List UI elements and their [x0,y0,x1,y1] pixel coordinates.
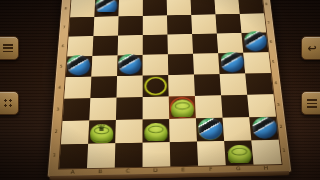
square-C8[interactable] [119,0,143,16]
menu-icon [307,99,317,108]
square-D8[interactable] [143,0,167,16]
square-H6[interactable] [241,32,268,52]
square-D5[interactable] [143,54,169,75]
square-H4[interactable] [245,73,273,95]
rank-label-4: 4 [54,76,65,97]
menu-button[interactable] [301,91,320,115]
square-A3[interactable] [63,98,91,121]
square-A2[interactable] [61,121,89,145]
dots-icon [3,98,13,108]
square-A4[interactable] [64,77,91,99]
square-H8[interactable] [238,0,264,14]
square-G8[interactable] [214,0,240,14]
square-C6[interactable] [118,35,143,55]
square-G2[interactable] [223,117,252,141]
piece-blue-man[interactable] [220,52,243,73]
square-E5[interactable] [168,54,194,75]
square-E6[interactable] [167,34,193,54]
square-C4[interactable] [117,76,143,98]
piece-blue-man[interactable] [244,31,267,51]
square-C7[interactable] [118,16,143,36]
square-F1[interactable] [197,141,226,166]
rank-label-8: 8 [61,0,71,17]
square-D4[interactable] [143,75,169,97]
rank-label-2: 2 [50,120,61,143]
square-D7[interactable] [143,15,168,35]
square-B4[interactable] [90,76,117,98]
board-perspective-wrap: ♛ ABCDEFGH ABCDEFGH 12345678 12345678 [42,0,293,178]
square-H1[interactable] [251,140,281,165]
rank-label-3: 3 [52,98,63,120]
square-G6[interactable] [217,33,244,53]
square-B2[interactable]: ♛ [88,120,116,144]
square-B8[interactable] [94,0,119,17]
square-H3[interactable] [247,94,276,117]
square-C1[interactable] [115,143,143,168]
square-D2[interactable] [143,119,170,143]
rank-label-6: 6 [57,36,67,56]
square-F3[interactable] [195,95,223,118]
piece-green-man[interactable] [171,99,194,117]
game-screen: ♛ ABCDEFGH ABCDEFGH 12345678 12345678 ↩ [0,0,320,180]
square-C3[interactable] [116,97,143,120]
square-F8[interactable] [190,0,215,15]
square-G4[interactable] [220,73,248,95]
square-A1[interactable] [59,144,88,169]
move-target-ring [145,77,167,96]
piece-green-man[interactable] [144,123,168,141]
square-A8[interactable] [70,0,95,17]
square-H7[interactable] [240,13,266,33]
board-side-edge [49,171,289,180]
square-E2[interactable] [169,118,197,142]
list-button[interactable] [0,36,19,60]
square-B6[interactable] [92,36,118,56]
square-C5[interactable] [117,55,143,76]
square-F7[interactable] [191,14,217,34]
square-G5[interactable] [218,53,245,74]
rank-label-1: 1 [48,143,60,167]
square-F2[interactable] [196,118,224,142]
board-grid: ♛ [59,0,281,169]
square-H5[interactable] [243,52,271,73]
dots-button[interactable] [0,91,19,115]
board: ♛ ABCDEFGH ABCDEFGH 12345678 12345678 [47,0,293,178]
square-B5[interactable] [91,55,117,76]
square-A5[interactable] [66,56,93,77]
piece-blue-man[interactable] [95,0,117,16]
square-D3[interactable] [143,97,170,120]
square-A6[interactable] [67,36,93,56]
square-G1[interactable] [224,140,253,165]
square-D1[interactable] [143,142,171,167]
square-E7[interactable] [167,15,192,35]
piece-blue-man[interactable] [67,55,90,76]
square-E8[interactable] [167,0,192,15]
square-A7[interactable] [69,17,95,37]
square-H2[interactable] [249,117,278,141]
square-E3[interactable] [169,96,196,119]
square-E4[interactable] [168,75,195,97]
board-frame: ♛ ABCDEFGH ABCDEFGH 12345678 12345678 [47,0,293,178]
king-crown-icon: ♛ [97,123,106,134]
rank-label-7: 7 [59,17,69,36]
square-F4[interactable] [194,74,221,96]
piece-blue-man[interactable] [198,118,223,140]
square-B7[interactable] [93,16,118,36]
undo-button[interactable]: ↩ [301,36,320,60]
list-icon [3,44,13,53]
square-F6[interactable] [192,33,218,53]
square-G7[interactable] [215,14,241,34]
piece-green-king[interactable]: ♛ [90,124,114,142]
square-B1[interactable] [87,143,115,168]
rank-label-5: 5 [56,56,67,77]
square-F5[interactable] [193,53,220,74]
square-B3[interactable] [89,98,116,121]
piece-blue-man[interactable] [118,54,141,75]
piece-green-man[interactable] [227,145,251,164]
square-C2[interactable] [115,119,142,143]
piece-blue-man[interactable] [252,117,277,139]
undo-icon: ↩ [307,43,316,54]
square-G3[interactable] [221,95,249,118]
square-D6[interactable] [143,35,168,55]
square-E1[interactable] [170,142,198,167]
